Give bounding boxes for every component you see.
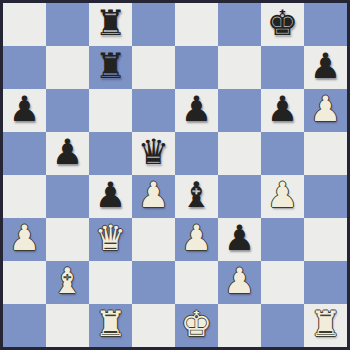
square-c1[interactable]: ♜ [89, 304, 132, 347]
square-e6[interactable]: ♟ [175, 89, 218, 132]
square-g2[interactable] [261, 261, 304, 304]
square-f3[interactable]: ♟ [218, 218, 261, 261]
square-e3[interactable]: ♟ [175, 218, 218, 261]
square-h1[interactable]: ♜ [304, 304, 347, 347]
square-c8[interactable]: ♜ [89, 3, 132, 46]
square-d3[interactable] [132, 218, 175, 261]
square-a2[interactable] [3, 261, 46, 304]
board-border: ♜♚♜♟♟♟♟♟♟♛♟♟♝♟♟♛♟♟♝♟♜♚♜ [0, 0, 350, 350]
square-d5[interactable]: ♛ [132, 132, 175, 175]
square-a4[interactable] [3, 175, 46, 218]
square-d2[interactable] [132, 261, 175, 304]
piece-black-pawn: ♟ [224, 218, 255, 260]
piece-white-pawn: ♟ [310, 89, 341, 131]
square-e1[interactable]: ♚ [175, 304, 218, 347]
square-f4[interactable] [218, 175, 261, 218]
square-e7[interactable] [175, 46, 218, 89]
square-c6[interactable] [89, 89, 132, 132]
piece-black-pawn: ♟ [95, 175, 126, 217]
square-b7[interactable] [46, 46, 89, 89]
square-h8[interactable] [304, 3, 347, 46]
square-g3[interactable] [261, 218, 304, 261]
piece-black-rook: ♜ [95, 46, 126, 88]
piece-white-bishop: ♝ [52, 261, 83, 303]
square-g5[interactable] [261, 132, 304, 175]
square-f8[interactable] [218, 3, 261, 46]
square-d1[interactable] [132, 304, 175, 347]
square-a8[interactable] [3, 3, 46, 46]
square-g8[interactable]: ♚ [261, 3, 304, 46]
square-d8[interactable] [132, 3, 175, 46]
piece-black-pawn: ♟ [181, 89, 212, 131]
square-g7[interactable] [261, 46, 304, 89]
square-c3[interactable]: ♛ [89, 218, 132, 261]
square-h4[interactable] [304, 175, 347, 218]
square-h7[interactable]: ♟ [304, 46, 347, 89]
square-f5[interactable] [218, 132, 261, 175]
square-d7[interactable] [132, 46, 175, 89]
piece-black-pawn: ♟ [310, 46, 341, 88]
square-h6[interactable]: ♟ [304, 89, 347, 132]
piece-white-pawn: ♟ [224, 261, 255, 303]
square-d4[interactable]: ♟ [132, 175, 175, 218]
piece-black-pawn: ♟ [9, 89, 40, 131]
square-a6[interactable]: ♟ [3, 89, 46, 132]
piece-white-rook: ♜ [310, 304, 341, 346]
square-b4[interactable] [46, 175, 89, 218]
square-g4[interactable]: ♟ [261, 175, 304, 218]
piece-black-rook: ♜ [95, 3, 126, 45]
square-e8[interactable] [175, 3, 218, 46]
square-h2[interactable] [304, 261, 347, 304]
square-c7[interactable]: ♜ [89, 46, 132, 89]
square-a3[interactable]: ♟ [3, 218, 46, 261]
square-c4[interactable]: ♟ [89, 175, 132, 218]
square-f1[interactable] [218, 304, 261, 347]
square-f7[interactable] [218, 46, 261, 89]
piece-black-pawn: ♟ [52, 132, 83, 174]
square-f6[interactable] [218, 89, 261, 132]
square-e5[interactable] [175, 132, 218, 175]
chess-board: ♜♚♜♟♟♟♟♟♟♛♟♟♝♟♟♛♟♟♝♟♜♚♜ [3, 3, 347, 347]
square-c5[interactable] [89, 132, 132, 175]
square-b2[interactable]: ♝ [46, 261, 89, 304]
square-a1[interactable] [3, 304, 46, 347]
piece-white-pawn: ♟ [181, 218, 212, 260]
piece-white-king: ♚ [181, 304, 212, 346]
square-a7[interactable] [3, 46, 46, 89]
square-a5[interactable] [3, 132, 46, 175]
square-b8[interactable] [46, 3, 89, 46]
square-b3[interactable] [46, 218, 89, 261]
piece-black-pawn: ♟ [267, 89, 298, 131]
piece-white-queen: ♛ [95, 218, 126, 260]
piece-white-rook: ♜ [95, 304, 126, 346]
piece-black-king: ♚ [267, 3, 298, 45]
piece-white-pawn: ♟ [138, 175, 169, 217]
square-b5[interactable]: ♟ [46, 132, 89, 175]
square-e2[interactable] [175, 261, 218, 304]
piece-white-pawn: ♟ [267, 175, 298, 217]
square-f2[interactable]: ♟ [218, 261, 261, 304]
square-b6[interactable] [46, 89, 89, 132]
square-h5[interactable] [304, 132, 347, 175]
piece-black-bishop: ♝ [181, 175, 212, 217]
square-b1[interactable] [46, 304, 89, 347]
square-g6[interactable]: ♟ [261, 89, 304, 132]
square-c2[interactable] [89, 261, 132, 304]
piece-white-pawn: ♟ [9, 218, 40, 260]
piece-black-queen: ♛ [138, 132, 169, 174]
square-g1[interactable] [261, 304, 304, 347]
square-e4[interactable]: ♝ [175, 175, 218, 218]
square-h3[interactable] [304, 218, 347, 261]
square-d6[interactable] [132, 89, 175, 132]
